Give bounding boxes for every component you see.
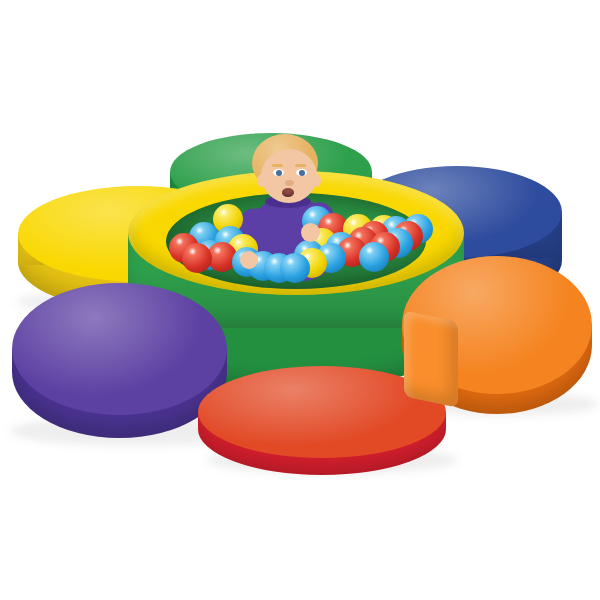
- baby-left-hand: [240, 251, 258, 269]
- baby-right-hand: [301, 223, 320, 242]
- play-ball: [359, 242, 389, 272]
- product-photo-stage: [0, 0, 600, 600]
- play-ball: [280, 253, 310, 283]
- orange-petal-wedge: [404, 310, 458, 407]
- play-ball: [182, 243, 212, 273]
